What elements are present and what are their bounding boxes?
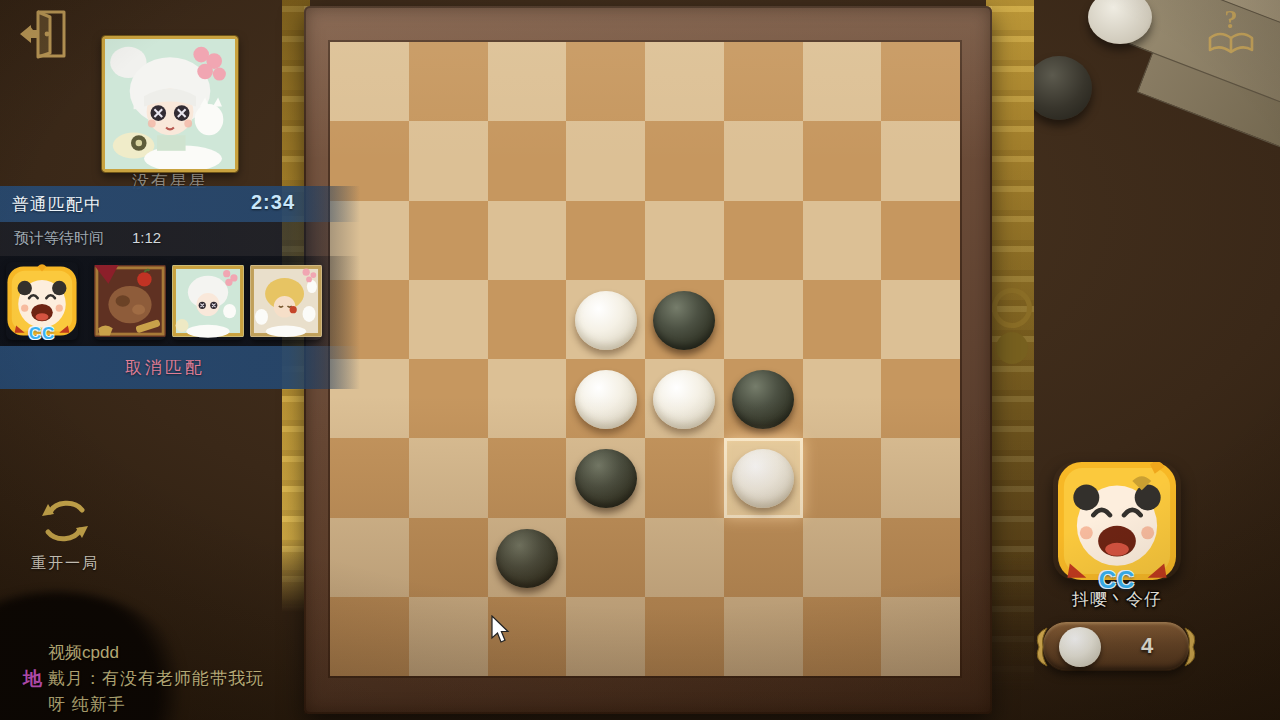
board-cell-r2c6[interactable] [803,201,882,280]
match-panel: 普通匹配中 2:34 预计等待时间 1:12 [0,186,360,389]
book-question-icon: ? [1206,6,1256,64]
board-cell-r0c2[interactable] [488,42,567,121]
board-cell-r5c6[interactable] [803,438,882,517]
board-cell-r1c5[interactable] [724,121,803,200]
board-cell-r4c7[interactable] [881,359,960,438]
board-cell-r6c6[interactable] [803,518,882,597]
opponent-avatar-card[interactable]: CC [1053,462,1181,580]
board-cell-r5c5[interactable]: ○ [724,438,803,517]
board-cell-r0c4[interactable] [645,42,724,121]
board-cell-r4c2[interactable] [488,359,567,438]
board-cell-r7c6[interactable] [803,597,882,676]
desk-black-stone [1026,56,1092,120]
white-stone: ○ [575,291,637,350]
gold-flourish-icon [1181,626,1201,668]
board-cell-r7c3[interactable] [566,597,645,676]
board-cell-r6c2[interactable]: ● [488,518,567,597]
white-disc-counter: 4 [1042,621,1190,671]
board-cell-r7c0[interactable] [330,597,409,676]
cancel-match-button[interactable]: 取消匹配 [0,346,360,389]
board-cell-r6c3[interactable] [566,518,645,597]
board-cell-r5c0[interactable] [330,438,409,517]
board-cell-r6c1[interactable] [409,518,488,597]
board-cell-r3c3[interactable]: ○ [566,280,645,359]
board-cell-r0c7[interactable] [881,42,960,121]
queue-avatar-panda-cc[interactable]: CC [6,262,78,340]
board-cell-r7c5[interactable] [724,597,803,676]
white-stone: ○ [575,370,637,429]
board-cell-r2c4[interactable] [645,201,724,280]
board-cell-r3c5[interactable] [724,280,803,359]
board-cell-r4c4[interactable]: ○ [645,359,724,438]
board-cell-r6c0[interactable] [330,518,409,597]
board-cell-r7c7[interactable] [881,597,960,676]
opponent-name: 抖嘤丶令仔 [1032,588,1202,611]
white-stone: ○ [653,370,715,429]
restart-button[interactable]: 重开一局 [10,494,120,573]
board-cell-r2c7[interactable] [881,201,960,280]
rules-help-button[interactable]: ? [1206,6,1256,64]
board-cell-r5c4[interactable] [645,438,724,517]
board-cell-r7c1[interactable] [409,597,488,676]
queue-avatars-row: CC [0,256,360,346]
wait-time-row: 预计等待时间 1:12 [0,222,360,256]
own-avatar-card[interactable] [102,36,238,172]
game-screen: ○●○○●●○● [0,0,1280,720]
black-stone: ● [732,370,794,429]
board-cell-r1c6[interactable] [803,121,882,200]
board-cell-r4c3[interactable]: ○ [566,359,645,438]
board-cell-r0c0[interactable] [330,42,409,121]
cc-badge: CC [29,324,56,340]
match-status-row: 普通匹配中 2:34 [0,186,360,222]
queue-avatar-doll[interactable] [172,262,244,340]
board-cell-r3c7[interactable] [881,280,960,359]
board-cell-r4c5[interactable]: ● [724,359,803,438]
board-cell-r2c2[interactable] [488,201,567,280]
chat-channel-badge: 地 [23,666,42,692]
board-cell-r3c6[interactable] [803,280,882,359]
board-cell-r6c4[interactable] [645,518,724,597]
gold-pillar-right [986,0,1034,690]
chat-line-3: 呀 纯新手 [48,692,126,718]
white-stone-icon [1059,627,1101,667]
board-cell-r0c5[interactable] [724,42,803,121]
board-cell-r2c1[interactable] [409,201,488,280]
board-frame: ○●○○●●○● [304,6,992,714]
white-hair-doll-art [105,39,235,169]
gold-flourish-icon [1031,626,1051,668]
chat-line-1: 视频cpdd [48,640,119,666]
board-cell-r3c2[interactable] [488,280,567,359]
black-stone: ● [575,449,637,508]
board-cell-r1c3[interactable] [566,121,645,200]
wait-time-value: 1:12 [132,229,161,246]
white-count: 4 [1127,633,1167,659]
white-stone: ○ [732,449,794,508]
cancel-match-label: 取消匹配 [0,356,330,379]
board-cell-r1c7[interactable] [881,121,960,200]
board-cell-r4c6[interactable] [803,359,882,438]
restart-icon [36,494,94,548]
board-cell-r7c4[interactable] [645,597,724,676]
board-cell-r6c7[interactable] [881,518,960,597]
chat-line-2: 戴月：有没有老师能带我玩 [48,666,264,692]
restart-label: 重开一局 [10,554,120,573]
board-cell-r0c1[interactable] [409,42,488,121]
match-status-text: 普通匹配中 [12,193,102,216]
board-cell-r0c3[interactable] [566,42,645,121]
queue-avatar-boar[interactable] [94,262,166,340]
wait-time-label: 预计等待时间 [14,229,104,248]
board-cell-r5c3[interactable]: ● [566,438,645,517]
board-cell-r7c2[interactable] [488,597,567,676]
board-cell-r3c4[interactable]: ● [645,280,724,359]
board-cell-r4c1[interactable] [409,359,488,438]
black-stone: ● [496,529,558,588]
board-cell-r5c1[interactable] [409,438,488,517]
board-cell-r2c3[interactable] [566,201,645,280]
panda-duck-avatar-art [1053,462,1181,580]
board-cell-r1c1[interactable] [409,121,488,200]
svg-text:?: ? [1225,6,1238,34]
board-cell-r2c5[interactable] [724,201,803,280]
queue-avatar-blonde[interactable] [250,262,322,340]
board-cell-r0c6[interactable] [803,42,882,121]
board-cell-r5c7[interactable] [881,438,960,517]
board-cell-r1c4[interactable] [645,121,724,200]
board: ○●○○●●○● [330,42,960,676]
board-cell-r3c1[interactable] [409,280,488,359]
black-stone: ● [653,291,715,350]
back-exit-button[interactable] [14,6,72,62]
board-cell-r1c2[interactable] [488,121,567,200]
board-cell-r5c2[interactable] [488,438,567,517]
match-timer: 2:34 [251,191,295,214]
board-cell-r6c5[interactable] [724,518,803,597]
